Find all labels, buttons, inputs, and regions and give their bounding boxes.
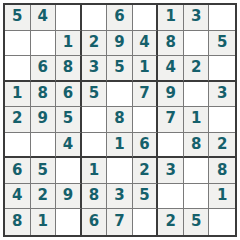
cell-r7c3[interactable] [56,158,82,184]
sudoku-board: 5461312948568351421865793295871416826512… [3,3,237,237]
cell-r7c2: 5 [31,158,57,184]
cell-r1c4[interactable] [82,5,108,31]
cell-r2c6: 4 [133,31,159,57]
cell-r6c2[interactable] [31,133,57,159]
cell-r2c7: 8 [158,31,184,57]
cell-r3c4: 3 [82,56,108,82]
cell-r5c8: 1 [184,107,210,133]
cell-r3c5: 5 [107,56,133,82]
cell-r2c8[interactable] [184,31,210,57]
cell-r6c5: 1 [107,133,133,159]
cell-r1c2: 4 [31,5,57,31]
cell-r7c8[interactable] [184,158,210,184]
cell-r9c2: 1 [31,209,57,235]
cell-r3c2: 6 [31,56,57,82]
cell-r2c3: 1 [56,31,82,57]
cell-r6c4[interactable] [82,133,108,159]
cell-r8c1: 4 [5,184,31,210]
cell-r1c1: 5 [5,5,31,31]
cell-r5c3: 5 [56,107,82,133]
cell-r3c9[interactable] [209,56,235,82]
cell-r7c7: 3 [158,158,184,184]
cell-r2c9: 5 [209,31,235,57]
cell-r6c6: 6 [133,133,159,159]
cell-r4c8[interactable] [184,82,210,108]
cell-r3c1[interactable] [5,56,31,82]
cell-r5c5: 8 [107,107,133,133]
cell-r4c9: 3 [209,82,235,108]
cell-r8c6: 5 [133,184,159,210]
cell-r9c5: 7 [107,209,133,235]
cell-r7c6: 2 [133,158,159,184]
cell-r9c6[interactable] [133,209,159,235]
cell-r3c6: 1 [133,56,159,82]
cell-r5c9[interactable] [209,107,235,133]
cell-r8c8[interactable] [184,184,210,210]
cell-r6c3: 4 [56,133,82,159]
cell-r5c1: 2 [5,107,31,133]
cell-r7c1: 6 [5,158,31,184]
cell-r2c5: 9 [107,31,133,57]
cell-r9c9[interactable] [209,209,235,235]
cell-r9c7: 2 [158,209,184,235]
cell-r1c6[interactable] [133,5,159,31]
cell-r6c8: 8 [184,133,210,159]
cell-r8c4: 8 [82,184,108,210]
cell-r8c7[interactable] [158,184,184,210]
cell-r7c4: 1 [82,158,108,184]
cell-r5c4[interactable] [82,107,108,133]
cell-r4c7: 9 [158,82,184,108]
sudoku-page: 5461312948568351421865793295871416826512… [0,0,240,240]
cell-r5c2: 9 [31,107,57,133]
cell-r2c2[interactable] [31,31,57,57]
cell-r9c4: 6 [82,209,108,235]
cell-r3c3: 8 [56,56,82,82]
cell-r6c9: 2 [209,133,235,159]
cell-r8c3: 9 [56,184,82,210]
cell-r7c5[interactable] [107,158,133,184]
cell-r8c5: 3 [107,184,133,210]
cell-r4c4: 5 [82,82,108,108]
cell-r1c8: 3 [184,5,210,31]
cell-r2c1[interactable] [5,31,31,57]
cell-r1c9[interactable] [209,5,235,31]
cell-r6c7[interactable] [158,133,184,159]
cell-r8c2: 2 [31,184,57,210]
cell-r3c8: 2 [184,56,210,82]
cell-r4c3: 6 [56,82,82,108]
cell-r5c6[interactable] [133,107,159,133]
cell-r4c5[interactable] [107,82,133,108]
cell-r1c5: 6 [107,5,133,31]
cell-r8c9: 1 [209,184,235,210]
cell-r6c1[interactable] [5,133,31,159]
cell-r1c3[interactable] [56,5,82,31]
cell-r1c7: 1 [158,5,184,31]
cell-r9c3[interactable] [56,209,82,235]
cell-r7c9: 8 [209,158,235,184]
cell-r3c7: 4 [158,56,184,82]
cell-r5c7: 7 [158,107,184,133]
cell-r9c1: 8 [5,209,31,235]
cell-r9c8: 5 [184,209,210,235]
cell-r4c6: 7 [133,82,159,108]
cell-r2c4: 2 [82,31,108,57]
cell-r4c2: 8 [31,82,57,108]
cell-r4c1: 1 [5,82,31,108]
